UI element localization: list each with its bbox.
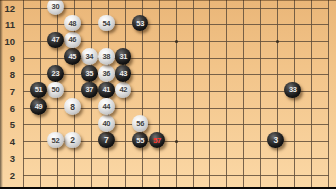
stone-black-31: 31 <box>115 48 132 65</box>
stone-white-36: 36 <box>98 65 115 82</box>
stone-white-40: 40 <box>98 115 115 132</box>
star-point <box>175 140 178 143</box>
go-board[interactable]: 1211109876543212378233031333435363738404… <box>0 0 336 189</box>
stone-black-53: 53 <box>132 15 149 32</box>
grid-vline <box>23 0 24 189</box>
grid-vline <box>243 0 244 189</box>
stone-white-54: 54 <box>98 15 115 32</box>
stone-black-43: 43 <box>115 65 132 82</box>
grid-hline <box>23 74 329 75</box>
stone-white-52: 52 <box>47 132 64 149</box>
stone-black-55: 55 <box>132 132 149 149</box>
grid-vline <box>226 0 227 189</box>
stone-black-49: 49 <box>30 98 47 115</box>
grid-hline <box>23 175 329 176</box>
grid-vline <box>328 0 329 189</box>
stone-white-8: 8 <box>64 98 81 115</box>
stone-white-42: 42 <box>115 82 132 99</box>
stone-black-45: 45 <box>64 48 81 65</box>
stone-black-33: 33 <box>284 82 301 99</box>
stone-white-56: 56 <box>132 115 149 132</box>
grid-vline <box>193 0 194 189</box>
stone-white-30: 30 <box>47 0 64 15</box>
board-left-edge-shadow <box>0 0 3 189</box>
stone-white-48: 48 <box>64 15 81 32</box>
board-top-edge <box>0 0 336 1</box>
stone-black-51: 51 <box>30 82 47 99</box>
stone-black-3: 3 <box>267 132 284 149</box>
stone-black-35: 35 <box>81 65 98 82</box>
grid-vline <box>277 0 278 189</box>
go-app-frame: 1211109876543212378233031333435363738404… <box>0 0 336 189</box>
grid-hline <box>23 91 329 92</box>
stone-black-41: 41 <box>98 82 115 99</box>
grid-vline <box>176 0 177 189</box>
stone-white-50: 50 <box>47 82 64 99</box>
board-bottom-edge <box>0 187 336 189</box>
stone-black-47: 47 <box>47 32 64 49</box>
stone-black-37: 37 <box>81 82 98 99</box>
grid-vline <box>159 0 160 189</box>
stone-black-23: 23 <box>47 65 64 82</box>
stone-white-44: 44 <box>98 98 115 115</box>
stone-white-38: 38 <box>98 48 115 65</box>
grid-hline <box>23 8 329 9</box>
star-point <box>175 40 178 43</box>
grid-hline <box>23 124 329 125</box>
grid-vline <box>311 0 312 189</box>
grid-vline <box>209 0 210 189</box>
stone-white-2: 2 <box>64 132 81 149</box>
stone-white-34: 34 <box>81 48 98 65</box>
star-point <box>276 40 279 43</box>
stone-black-7: 7 <box>98 132 115 149</box>
stone-black-57: 57 <box>149 132 166 149</box>
grid-vline <box>260 0 261 189</box>
grid-hline <box>23 158 329 159</box>
stone-white-46: 46 <box>64 32 81 49</box>
